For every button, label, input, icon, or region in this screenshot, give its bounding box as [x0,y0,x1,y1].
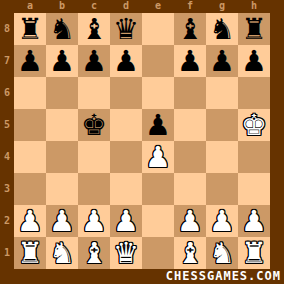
square-g8[interactable]: ♞ [206,13,238,45]
square-f3[interactable] [174,173,206,205]
white-pawn: ♟ [177,207,203,236]
square-h5[interactable]: ♚ [238,109,270,141]
square-d1[interactable]: ♛ [110,237,142,269]
square-e1[interactable] [142,237,174,269]
white-pawn: ♟ [17,207,43,236]
file-label-e: e [142,0,174,13]
square-g5[interactable] [206,109,238,141]
square-g6[interactable] [206,77,238,109]
square-b2[interactable]: ♟ [46,205,78,237]
square-f6[interactable] [174,77,206,109]
file-label-g: g [206,0,238,13]
black-pawn: ♟ [49,47,75,76]
white-pawn: ♟ [81,207,107,236]
square-c6[interactable] [78,77,110,109]
square-e3[interactable] [142,173,174,205]
square-b1[interactable]: ♞ [46,237,78,269]
black-pawn: ♟ [177,47,203,76]
rank-label-6: 6 [0,77,14,109]
white-queen: ♛ [113,239,139,268]
site-label: CHESSGAMES.COM [166,270,281,283]
file-label-b: b [46,0,78,13]
square-c3[interactable] [78,173,110,205]
square-d3[interactable] [110,173,142,205]
white-pawn: ♟ [241,207,267,236]
square-b3[interactable] [46,173,78,205]
white-pawn: ♟ [49,207,75,236]
black-pawn: ♟ [209,47,235,76]
white-pawn: ♟ [145,143,171,172]
square-c1[interactable]: ♝ [78,237,110,269]
square-a8[interactable]: ♜ [14,13,46,45]
rank-label-2: 2 [0,205,14,237]
square-h2[interactable]: ♟ [238,205,270,237]
square-f8[interactable]: ♝ [174,13,206,45]
square-a3[interactable] [14,173,46,205]
chessboard-diagram: ♜♞♝♛♝♞♜♟♟♟♟♟♟♟♚♟♚♟♟♟♟♟♟♟♟♜♞♝♛♝♞♜ CHESSGA… [0,0,284,284]
chessboard: ♜♞♝♛♝♞♜♟♟♟♟♟♟♟♚♟♚♟♟♟♟♟♟♟♟♜♞♝♛♝♞♜ [14,13,270,269]
square-h7[interactable]: ♟ [238,45,270,77]
square-g7[interactable]: ♟ [206,45,238,77]
white-knight: ♞ [209,239,235,268]
square-a6[interactable] [14,77,46,109]
square-d5[interactable] [110,109,142,141]
square-a7[interactable]: ♟ [14,45,46,77]
white-bishop: ♝ [81,239,107,268]
square-a4[interactable] [14,141,46,173]
rank-label-3: 3 [0,173,14,205]
rank-label-1: 1 [0,237,14,269]
white-pawn: ♟ [209,207,235,236]
black-knight: ♞ [49,15,75,44]
square-c8[interactable]: ♝ [78,13,110,45]
square-c4[interactable] [78,141,110,173]
square-e5[interactable]: ♟ [142,109,174,141]
black-rook: ♜ [17,15,43,44]
square-f1[interactable]: ♝ [174,237,206,269]
file-label-a: a [14,0,46,13]
file-label-f: f [174,0,206,13]
square-c7[interactable]: ♟ [78,45,110,77]
black-bishop: ♝ [81,15,107,44]
black-knight: ♞ [209,15,235,44]
rank-label-4: 4 [0,141,14,173]
white-knight: ♞ [49,239,75,268]
black-pawn: ♟ [113,47,139,76]
black-queen: ♛ [113,15,139,44]
black-pawn: ♟ [145,111,171,140]
square-h3[interactable] [238,173,270,205]
black-bishop: ♝ [177,15,203,44]
square-d8[interactable]: ♛ [110,13,142,45]
white-rook: ♜ [17,239,43,268]
square-h1[interactable]: ♜ [238,237,270,269]
square-b4[interactable] [46,141,78,173]
square-d7[interactable]: ♟ [110,45,142,77]
rank-label-8: 8 [0,13,14,45]
square-g2[interactable]: ♟ [206,205,238,237]
square-a2[interactable]: ♟ [14,205,46,237]
square-e4[interactable]: ♟ [142,141,174,173]
file-label-c: c [78,0,110,13]
square-a1[interactable]: ♜ [14,237,46,269]
square-b7[interactable]: ♟ [46,45,78,77]
square-e8[interactable] [142,13,174,45]
black-pawn: ♟ [81,47,107,76]
square-a5[interactable] [14,109,46,141]
rank-label-5: 5 [0,109,14,141]
square-g4[interactable] [206,141,238,173]
white-rook: ♜ [241,239,267,268]
square-f7[interactable]: ♟ [174,45,206,77]
square-g1[interactable]: ♞ [206,237,238,269]
square-b5[interactable] [46,109,78,141]
square-h6[interactable] [238,77,270,109]
square-h8[interactable]: ♜ [238,13,270,45]
black-king: ♚ [81,111,107,140]
square-f2[interactable]: ♟ [174,205,206,237]
black-rook: ♜ [241,15,267,44]
square-c2[interactable]: ♟ [78,205,110,237]
square-c5[interactable]: ♚ [78,109,110,141]
rank-label-7: 7 [0,45,14,77]
white-bishop: ♝ [177,239,203,268]
black-pawn: ♟ [17,47,43,76]
file-label-d: d [110,0,142,13]
square-f5[interactable] [174,109,206,141]
square-f4[interactable] [174,141,206,173]
square-e7[interactable] [142,45,174,77]
square-b6[interactable] [46,77,78,109]
square-d6[interactable] [110,77,142,109]
white-pawn: ♟ [113,207,139,236]
white-king: ♚ [241,111,267,140]
square-d4[interactable] [110,141,142,173]
square-e2[interactable] [142,205,174,237]
square-d2[interactable]: ♟ [110,205,142,237]
file-label-h: h [238,0,270,13]
square-h4[interactable] [238,141,270,173]
square-b8[interactable]: ♞ [46,13,78,45]
square-g3[interactable] [206,173,238,205]
black-pawn: ♟ [241,47,267,76]
square-e6[interactable] [142,77,174,109]
